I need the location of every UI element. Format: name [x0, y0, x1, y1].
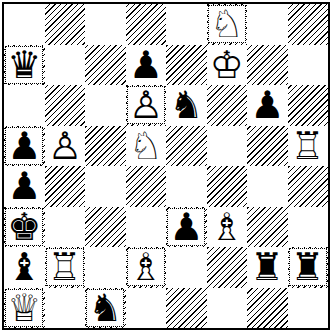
square-e3[interactable]: ♟ — [166, 207, 207, 248]
square-f8[interactable]: ♘ — [207, 4, 248, 45]
white-knight: ♘ — [127, 127, 165, 165]
square-a3[interactable]: ♚ — [4, 207, 45, 248]
square-g1[interactable] — [247, 288, 288, 329]
square-c8[interactable] — [85, 4, 126, 45]
square-e7[interactable] — [166, 45, 207, 86]
black-pawn: ♟ — [248, 86, 286, 124]
square-d1[interactable] — [126, 288, 167, 329]
square-e1[interactable] — [166, 288, 207, 329]
square-d4[interactable] — [126, 166, 167, 207]
square-g6[interactable]: ♟ — [247, 85, 288, 126]
square-a1[interactable]: ♕ — [4, 288, 45, 329]
square-g3[interactable] — [247, 207, 288, 248]
white-rook: ♖ — [289, 127, 327, 165]
square-g7[interactable] — [247, 45, 288, 86]
square-h4[interactable] — [288, 166, 329, 207]
square-h3[interactable] — [288, 207, 329, 248]
square-b5[interactable]: ♙ — [45, 126, 86, 167]
chess-board: ♘♛♟♔♙♞♟♟♙♘♖♟♚♟♗♝♖♗♜♜♕♞ — [2, 2, 330, 330]
square-h8[interactable] — [288, 4, 329, 45]
black-knight: ♞ — [167, 86, 205, 124]
square-d2[interactable]: ♗ — [126, 247, 167, 288]
white-queen: ♕ — [5, 289, 43, 327]
square-c1[interactable]: ♞ — [85, 288, 126, 329]
square-e8[interactable] — [166, 4, 207, 45]
black-knight: ♞ — [86, 289, 124, 327]
square-f2[interactable] — [207, 247, 248, 288]
square-h7[interactable] — [288, 45, 329, 86]
square-f3[interactable]: ♗ — [207, 207, 248, 248]
square-b3[interactable] — [45, 207, 86, 248]
white-knight: ♘ — [208, 5, 246, 43]
square-g5[interactable] — [247, 126, 288, 167]
square-c2[interactable] — [85, 247, 126, 288]
chess-diagram: ♘♛♟♔♙♞♟♟♙♘♖♟♚♟♗♝♖♗♜♜♕♞ — [0, 0, 332, 332]
square-f6[interactable] — [207, 85, 248, 126]
square-e2[interactable] — [166, 247, 207, 288]
black-rook: ♜ — [248, 248, 286, 286]
square-a2[interactable]: ♝ — [4, 247, 45, 288]
square-f5[interactable] — [207, 126, 248, 167]
black-pawn: ♟ — [127, 46, 165, 84]
white-king: ♔ — [208, 46, 246, 84]
square-c7[interactable] — [85, 45, 126, 86]
white-bishop: ♗ — [208, 208, 246, 246]
square-h2[interactable]: ♜ — [288, 247, 329, 288]
square-a5[interactable]: ♟ — [4, 126, 45, 167]
square-b6[interactable] — [45, 85, 86, 126]
square-b7[interactable] — [45, 45, 86, 86]
square-b1[interactable] — [45, 288, 86, 329]
black-king: ♚ — [5, 208, 43, 246]
square-f1[interactable] — [207, 288, 248, 329]
square-e6[interactable]: ♞ — [166, 85, 207, 126]
white-pawn: ♙ — [127, 86, 165, 124]
square-d8[interactable] — [126, 4, 167, 45]
square-b4[interactable] — [45, 166, 86, 207]
square-c3[interactable] — [85, 207, 126, 248]
black-pawn: ♟ — [167, 208, 205, 246]
square-d5[interactable]: ♘ — [126, 126, 167, 167]
square-g8[interactable] — [247, 4, 288, 45]
black-pawn: ♟ — [5, 127, 43, 165]
black-pawn: ♟ — [5, 167, 43, 205]
white-bishop: ♗ — [127, 248, 165, 286]
square-d6[interactable]: ♙ — [126, 85, 167, 126]
square-a6[interactable] — [4, 85, 45, 126]
square-c4[interactable] — [85, 166, 126, 207]
square-c6[interactable] — [85, 85, 126, 126]
square-c5[interactable] — [85, 126, 126, 167]
square-b2[interactable]: ♖ — [45, 247, 86, 288]
square-d7[interactable]: ♟ — [126, 45, 167, 86]
white-pawn: ♙ — [46, 127, 84, 165]
square-f7[interactable]: ♔ — [207, 45, 248, 86]
square-a8[interactable] — [4, 4, 45, 45]
square-a7[interactable]: ♛ — [4, 45, 45, 86]
square-a4[interactable]: ♟ — [4, 166, 45, 207]
square-h6[interactable] — [288, 85, 329, 126]
square-e4[interactable] — [166, 166, 207, 207]
black-bishop: ♝ — [5, 248, 43, 286]
square-g4[interactable] — [247, 166, 288, 207]
square-h1[interactable] — [288, 288, 329, 329]
square-d3[interactable] — [126, 207, 167, 248]
white-rook: ♖ — [46, 248, 84, 286]
square-b8[interactable] — [45, 4, 86, 45]
square-f4[interactable] — [207, 166, 248, 207]
black-rook: ♜ — [289, 248, 327, 286]
square-e5[interactable] — [166, 126, 207, 167]
square-h5[interactable]: ♖ — [288, 126, 329, 167]
square-g2[interactable]: ♜ — [247, 247, 288, 288]
black-queen: ♛ — [5, 46, 43, 84]
